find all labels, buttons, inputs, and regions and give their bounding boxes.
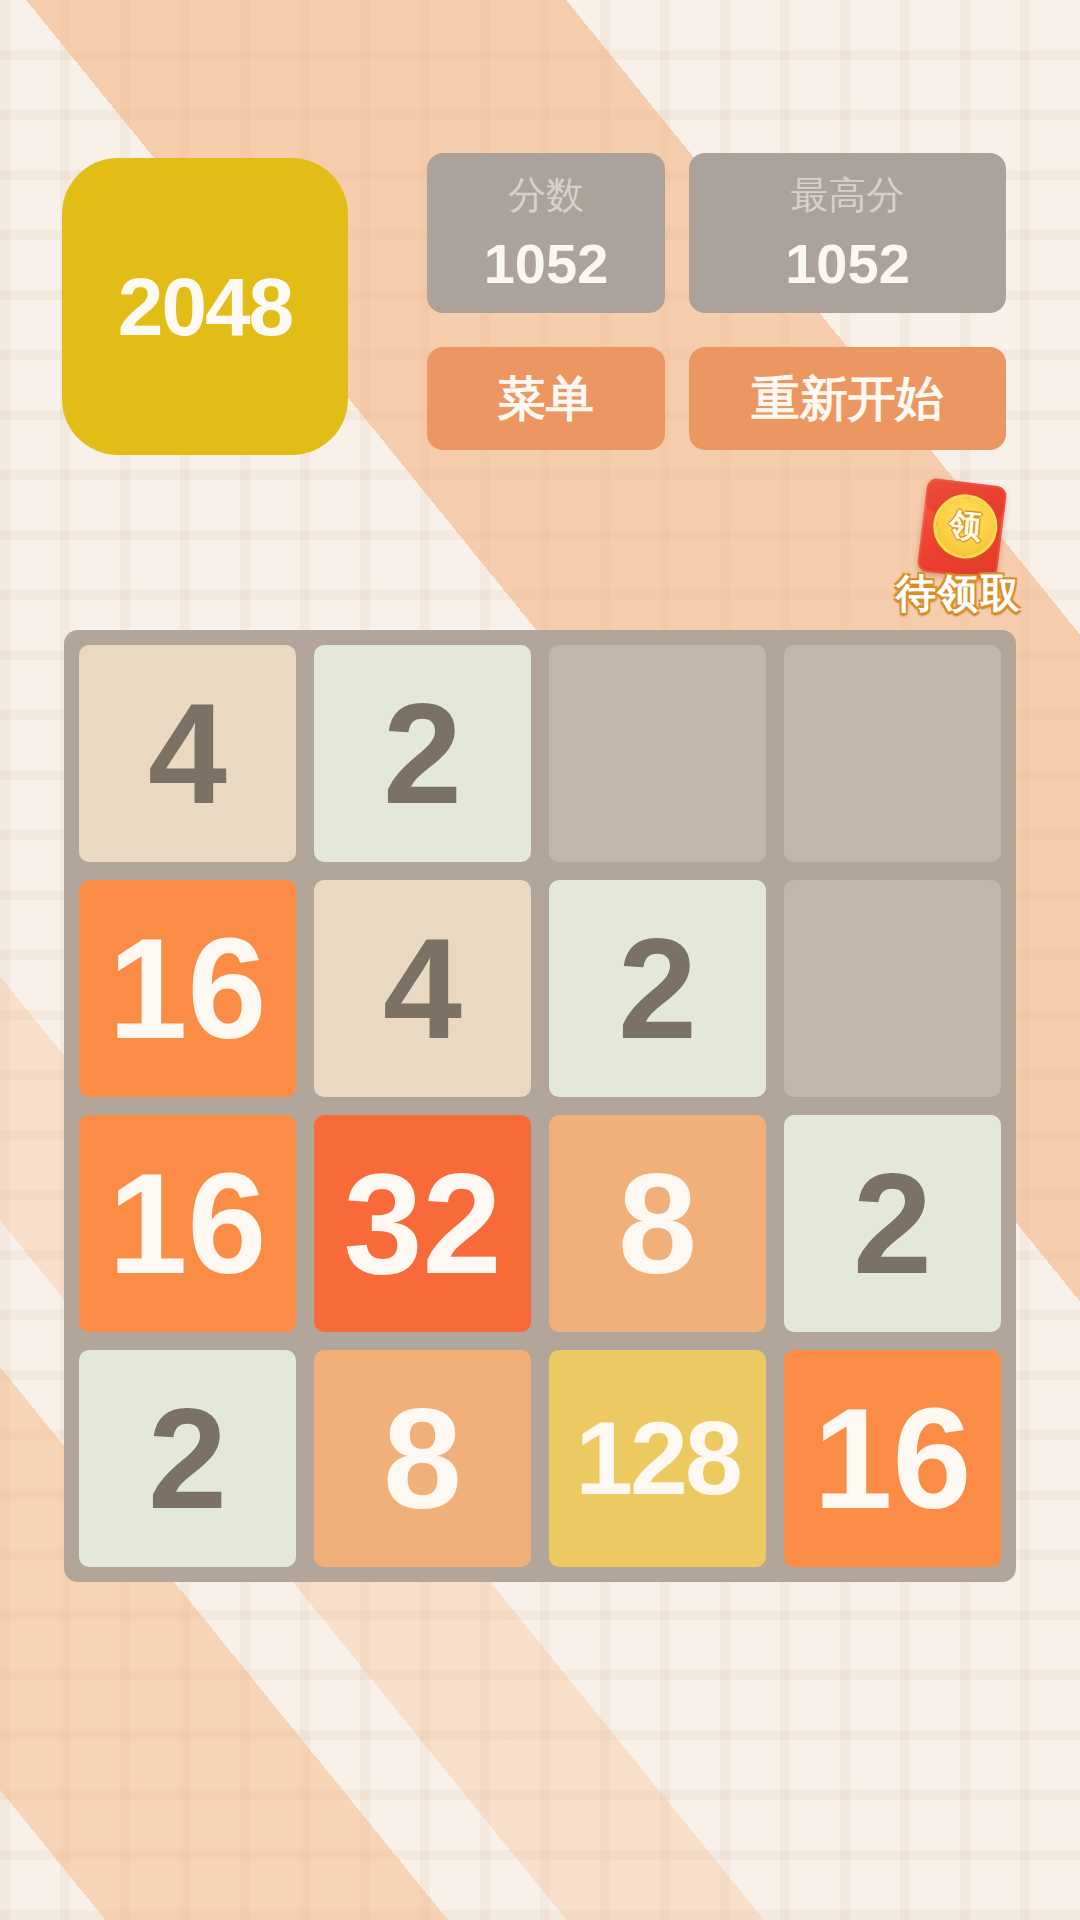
board[interactable]: 4216421632822812816 [64,630,1016,1582]
tile-2: 2 [549,880,766,1097]
empty-cell [549,645,766,862]
restart-button[interactable]: 重新开始 [689,347,1006,450]
tile-2: 2 [79,1350,296,1567]
score-label: 分数 [508,170,584,221]
game-logo-text: 2048 [118,260,292,354]
coin-character: 领 [947,503,983,550]
tile-2: 2 [314,645,531,862]
tile-8: 8 [549,1115,766,1332]
game-logo: 2048 [62,158,348,455]
tile-4: 4 [79,645,296,862]
empty-cell [784,645,1001,862]
tile-128: 128 [549,1350,766,1567]
tile-16: 16 [79,880,296,1097]
tile-8: 8 [314,1350,531,1567]
reward-caption: 待领取 [896,566,1022,621]
best-score-value: 1052 [785,231,910,296]
tile-16: 16 [79,1115,296,1332]
tile-32: 32 [314,1115,531,1332]
score-box: 分数 1052 [427,153,665,313]
tile-4: 4 [314,880,531,1097]
best-score-box: 最高分 1052 [689,153,1006,313]
best-score-label: 最高分 [791,170,905,221]
red-envelope-reward[interactable]: 领 待领取 [912,478,1022,604]
score-value: 1052 [484,231,609,296]
empty-cell [784,880,1001,1097]
menu-button[interactable]: 菜单 [427,347,665,450]
tile-2: 2 [784,1115,1001,1332]
tile-16: 16 [784,1350,1001,1567]
